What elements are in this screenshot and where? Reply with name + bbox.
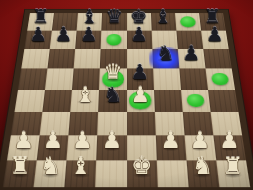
square-g4[interactable] (181, 90, 211, 112)
piece-white-bishop-c4[interactable]: ♝ (76, 83, 95, 104)
square-f1[interactable] (156, 160, 188, 187)
piece-white-pawn-c2[interactable]: ♟ (72, 129, 92, 152)
piece-white-queen-d5[interactable]: ♛ (104, 62, 123, 83)
piece-white-pawn-b2[interactable]: ♟ (43, 129, 63, 152)
square-d1[interactable] (96, 160, 127, 187)
piece-white-pawn-a2[interactable]: ♟ (13, 129, 33, 152)
square-a6[interactable] (21, 49, 50, 69)
legal-move-dot[interactable] (180, 16, 196, 27)
square-b4[interactable] (43, 90, 73, 112)
piece-black-pawn-a7[interactable]: ♟ (30, 24, 47, 44)
piece-black-pawn-c7[interactable]: ♟ (80, 24, 97, 44)
piece-white-pawn-d2[interactable]: ♟ (102, 129, 122, 152)
square-b5[interactable] (45, 69, 74, 90)
piece-black-pawn-b7[interactable]: ♟ (55, 24, 72, 44)
piece-white-pawn-e4[interactable]: ♟ (131, 83, 150, 104)
legal-move-dot[interactable] (106, 34, 122, 45)
piece-black-pawn-e7[interactable]: ♟ (130, 24, 147, 44)
piece-black-bishop-f8[interactable]: ♝ (155, 7, 172, 26)
piece-white-pawn-h2[interactable]: ♟ (219, 129, 239, 152)
chess-app-screen: ♜♝♛♚♝♜♟♟♟♟♟♞♟♟♛♞♝♟♟♟♟♟♟♟♟♜♞♝♚♞♜ (0, 0, 253, 190)
piece-black-pawn-h7[interactable]: ♟ (206, 24, 223, 44)
square-f4[interactable] (154, 90, 183, 112)
square-f5[interactable] (153, 69, 181, 90)
square-d7[interactable] (101, 31, 127, 49)
piece-white-bishop-c1[interactable]: ♝ (70, 155, 91, 179)
piece-black-queen-d8[interactable]: ♛ (106, 7, 123, 26)
square-g8[interactable] (175, 13, 201, 30)
piece-black-pawn-e5[interactable]: ♟ (131, 62, 150, 83)
piece-white-pawn-g2[interactable]: ♟ (190, 129, 210, 152)
square-g5[interactable] (179, 69, 208, 90)
piece-black-knight-d4[interactable]: ♞ (103, 83, 122, 104)
square-a5[interactable] (18, 69, 48, 90)
piece-white-king-e1[interactable]: ♚ (131, 155, 152, 179)
piece-white-knight-b1[interactable]: ♞ (40, 155, 61, 179)
piece-white-knight-g1[interactable]: ♞ (192, 155, 213, 179)
square-h4[interactable] (208, 90, 239, 112)
square-h6[interactable] (203, 49, 232, 69)
square-e3[interactable] (127, 112, 156, 136)
legal-move-dot[interactable] (186, 94, 204, 108)
legal-move-dot[interactable] (211, 73, 229, 86)
piece-black-knight-f6[interactable]: ♞ (156, 43, 174, 63)
piece-white-pawn-f2[interactable]: ♟ (160, 129, 180, 152)
square-c6[interactable] (74, 49, 101, 69)
square-b6[interactable] (48, 49, 76, 69)
piece-white-rook-a1[interactable]: ♜ (10, 155, 31, 179)
piece-white-rook-h1[interactable]: ♜ (222, 155, 243, 179)
square-h5[interactable] (205, 69, 235, 90)
piece-black-pawn-g6[interactable]: ♟ (182, 43, 200, 63)
square-a4[interactable] (15, 90, 46, 112)
